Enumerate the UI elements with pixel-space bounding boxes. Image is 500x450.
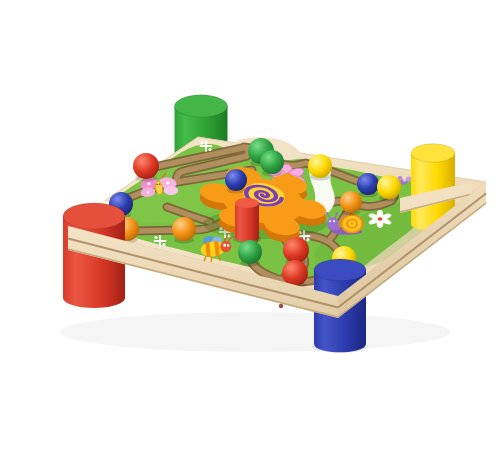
ball-yellow-1 xyxy=(308,154,332,181)
ball-blue-1 xyxy=(225,169,247,194)
ball-green-2 xyxy=(260,150,284,177)
ball-orange-3 xyxy=(172,217,196,244)
maze-toy-scene xyxy=(0,0,500,450)
ball-red-1 xyxy=(133,153,159,182)
ball-yellow-2 xyxy=(377,175,401,202)
toy-photo xyxy=(0,0,500,450)
ball-blue-2 xyxy=(357,173,379,198)
ball-green-3 xyxy=(238,240,262,267)
ball-orange-1 xyxy=(340,191,362,216)
screw-dot xyxy=(279,304,283,308)
gear-knob xyxy=(235,198,259,242)
